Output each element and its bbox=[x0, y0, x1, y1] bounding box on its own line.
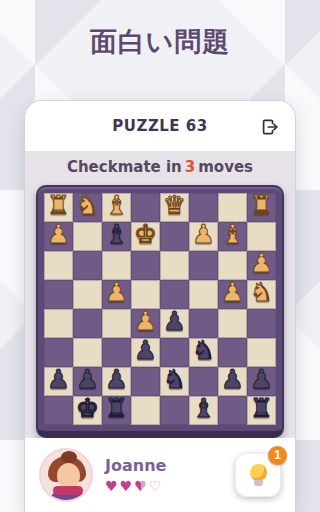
square-e2[interactable]: ♞ bbox=[160, 367, 189, 396]
lightbulb-base bbox=[254, 480, 263, 486]
piece-black-pawn[interactable]: ♟ bbox=[247, 365, 276, 394]
piece-white-rook[interactable]: ♜ bbox=[247, 191, 276, 220]
square-b7[interactable] bbox=[73, 222, 102, 251]
square-b5[interactable] bbox=[73, 280, 102, 309]
heart-half-icon: ♥♥ bbox=[134, 478, 147, 494]
square-b1[interactable]: ♚ bbox=[73, 396, 102, 425]
square-c8[interactable]: ♝ bbox=[102, 193, 131, 222]
piece-black-knight[interactable]: ♞ bbox=[160, 365, 189, 394]
heart-half-fill: ♥ bbox=[134, 478, 141, 494]
square-f7[interactable]: ♟ bbox=[189, 222, 218, 251]
square-f3[interactable]: ♞ bbox=[189, 338, 218, 367]
piece-white-knight[interactable]: ♞ bbox=[73, 191, 102, 220]
square-e3[interactable] bbox=[160, 338, 189, 367]
heart-full-icon: ♥ bbox=[120, 478, 133, 494]
square-g6[interactable] bbox=[218, 251, 247, 280]
chess-board: ♜♞♝♛♜♟♝♚♟♝♟♟♟♞♟♟♟♞♟♟♟♞♟♟♚♜♝♜ bbox=[36, 185, 284, 438]
piece-black-bishop[interactable]: ♝ bbox=[102, 220, 131, 249]
square-d2[interactable] bbox=[131, 367, 160, 396]
square-f2[interactable] bbox=[189, 367, 218, 396]
square-h5[interactable]: ♞ bbox=[247, 280, 276, 309]
avatar-scarf bbox=[53, 486, 83, 495]
square-d1[interactable] bbox=[131, 396, 160, 425]
square-c3[interactable] bbox=[102, 338, 131, 367]
piece-black-pawn[interactable]: ♟ bbox=[218, 365, 247, 394]
heart-empty-icon: ♡ bbox=[149, 478, 162, 494]
avatar[interactable] bbox=[39, 448, 93, 502]
puzzle-objective: Checkmate in 3 moves bbox=[25, 151, 295, 183]
square-d6[interactable] bbox=[131, 251, 160, 280]
board-section: ♜♞♝♛♜♟♝♚♟♝♟♟♟♞♟♟♟♞♟♟♟♞♟♟♚♜♝♜ bbox=[25, 183, 295, 438]
square-c7[interactable]: ♝ bbox=[102, 222, 131, 251]
square-g1[interactable] bbox=[218, 396, 247, 425]
puzzle-card: PUZZLE 63 Checkmate in 3 moves ♜♞♝♛♜♟♝♚♟… bbox=[24, 100, 296, 512]
square-e1[interactable] bbox=[160, 396, 189, 425]
square-g8[interactable] bbox=[218, 193, 247, 222]
piece-white-bishop[interactable]: ♝ bbox=[102, 191, 131, 220]
square-h3[interactable] bbox=[247, 338, 276, 367]
square-e6[interactable] bbox=[160, 251, 189, 280]
hint-count-badge: 1 bbox=[268, 446, 287, 465]
square-a2[interactable]: ♟ bbox=[44, 367, 73, 396]
piece-black-pawn[interactable]: ♟ bbox=[73, 365, 102, 394]
piece-black-pawn[interactable]: ♟ bbox=[131, 336, 160, 365]
square-g7[interactable]: ♝ bbox=[218, 222, 247, 251]
square-a8[interactable]: ♜ bbox=[44, 193, 73, 222]
square-a3[interactable] bbox=[44, 338, 73, 367]
square-f1[interactable]: ♝ bbox=[189, 396, 218, 425]
square-f4[interactable] bbox=[189, 309, 218, 338]
square-g3[interactable] bbox=[218, 338, 247, 367]
piece-white-bishop[interactable]: ♝ bbox=[218, 220, 247, 249]
piece-white-pawn[interactable]: ♟ bbox=[44, 220, 73, 249]
player-bar: Joanne ♥♥♥♥♡ 1 bbox=[25, 438, 295, 512]
piece-white-pawn[interactable]: ♟ bbox=[131, 307, 160, 336]
lives-hearts: ♥♥♥♥♡ bbox=[105, 478, 166, 494]
piece-white-pawn[interactable]: ♟ bbox=[247, 249, 276, 278]
square-c2[interactable]: ♟ bbox=[102, 367, 131, 396]
piece-black-bishop[interactable]: ♝ bbox=[189, 394, 218, 423]
square-b4[interactable] bbox=[73, 309, 102, 338]
square-e7[interactable] bbox=[160, 222, 189, 251]
square-h8[interactable]: ♜ bbox=[247, 193, 276, 222]
player-name: Joanne bbox=[105, 456, 166, 476]
square-e5[interactable] bbox=[160, 280, 189, 309]
piece-white-queen[interactable]: ♛ bbox=[160, 191, 189, 220]
square-a7[interactable]: ♟ bbox=[44, 222, 73, 251]
objective-text-suffix: moves bbox=[198, 158, 253, 176]
square-b8[interactable]: ♞ bbox=[73, 193, 102, 222]
piece-black-pawn[interactable]: ♟ bbox=[44, 365, 73, 394]
piece-black-rook[interactable]: ♜ bbox=[247, 394, 276, 423]
square-d3[interactable]: ♟ bbox=[131, 338, 160, 367]
square-c1[interactable]: ♜ bbox=[102, 396, 131, 425]
page-title: 面白い問題 bbox=[0, 24, 320, 60]
square-d7[interactable]: ♚ bbox=[131, 222, 160, 251]
square-a6[interactable] bbox=[44, 251, 73, 280]
piece-black-king[interactable]: ♚ bbox=[73, 394, 102, 423]
piece-white-pawn[interactable]: ♟ bbox=[189, 220, 218, 249]
square-c5[interactable]: ♟ bbox=[102, 280, 131, 309]
piece-white-king[interactable]: ♚ bbox=[131, 220, 160, 249]
square-d5[interactable] bbox=[131, 280, 160, 309]
square-a4[interactable] bbox=[44, 309, 73, 338]
piece-white-rook[interactable]: ♜ bbox=[44, 191, 73, 220]
square-f8[interactable] bbox=[189, 193, 218, 222]
board-grid: ♜♞♝♛♜♟♝♚♟♝♟♟♟♞♟♟♟♞♟♟♟♞♟♟♚♜♝♜ bbox=[44, 193, 276, 425]
square-g4[interactable] bbox=[218, 309, 247, 338]
exit-door-icon bbox=[260, 117, 280, 137]
square-h4[interactable] bbox=[247, 309, 276, 338]
piece-white-pawn[interactable]: ♟ bbox=[218, 278, 247, 307]
square-b6[interactable] bbox=[73, 251, 102, 280]
piece-black-knight[interactable]: ♞ bbox=[189, 336, 218, 365]
piece-white-pawn[interactable]: ♟ bbox=[102, 278, 131, 307]
piece-black-pawn[interactable]: ♟ bbox=[102, 365, 131, 394]
square-a5[interactable] bbox=[44, 280, 73, 309]
square-h2[interactable]: ♟ bbox=[247, 367, 276, 396]
card-header: PUZZLE 63 bbox=[25, 101, 295, 151]
square-f5[interactable] bbox=[189, 280, 218, 309]
objective-move-count: 3 bbox=[182, 158, 198, 176]
avatar-hair-bun bbox=[61, 451, 77, 463]
square-c4[interactable] bbox=[102, 309, 131, 338]
square-d8[interactable] bbox=[131, 193, 160, 222]
lightbulb-icon bbox=[250, 464, 267, 481]
piece-black-rook[interactable]: ♜ bbox=[102, 394, 131, 423]
square-g2[interactable]: ♟ bbox=[218, 367, 247, 396]
app-screen: 面白い問題 PUZZLE 63 Checkmate in 3 moves ♜♞♝… bbox=[0, 0, 320, 512]
square-d4[interactable]: ♟ bbox=[131, 309, 160, 338]
square-b2[interactable]: ♟ bbox=[73, 367, 102, 396]
hint-button[interactable]: 1 bbox=[235, 453, 281, 497]
heart-full-icon: ♥ bbox=[105, 478, 118, 494]
square-h1[interactable]: ♜ bbox=[247, 396, 276, 425]
square-e8[interactable]: ♛ bbox=[160, 193, 189, 222]
piece-black-pawn[interactable]: ♟ bbox=[160, 307, 189, 336]
square-h6[interactable]: ♟ bbox=[247, 251, 276, 280]
square-c6[interactable] bbox=[102, 251, 131, 280]
exit-button[interactable] bbox=[257, 114, 283, 140]
square-h7[interactable] bbox=[247, 222, 276, 251]
square-f6[interactable] bbox=[189, 251, 218, 280]
square-a1[interactable] bbox=[44, 396, 73, 425]
objective-text-prefix: Checkmate in bbox=[67, 158, 182, 176]
square-b3[interactable] bbox=[73, 338, 102, 367]
square-e4[interactable]: ♟ bbox=[160, 309, 189, 338]
square-g5[interactable]: ♟ bbox=[218, 280, 247, 309]
puzzle-number-label: PUZZLE 63 bbox=[112, 117, 207, 135]
piece-white-knight[interactable]: ♞ bbox=[247, 278, 276, 307]
player-info: Joanne ♥♥♥♥♡ bbox=[105, 456, 166, 494]
